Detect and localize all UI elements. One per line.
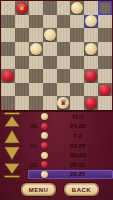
board-square-r0c0[interactable]	[1, 1, 15, 15]
board-square-r5c4[interactable]	[57, 69, 71, 83]
board-square-r2c5[interactable]	[70, 28, 84, 42]
board-square-r1c1[interactable]	[15, 15, 29, 29]
board-square-r7c5[interactable]	[70, 96, 84, 110]
red-piece-icon	[41, 161, 48, 168]
board-square-r0c7[interactable]	[98, 1, 112, 15]
triangle-down-icon	[3, 146, 21, 161]
board-square-r6c6[interactable]	[84, 83, 98, 97]
board-square-r4c3[interactable]	[43, 56, 57, 70]
board-square-r3c4[interactable]	[57, 42, 71, 56]
board-square-r6c5[interactable]	[70, 83, 84, 97]
board-square-r5c5[interactable]	[70, 69, 84, 83]
board-square-r0c6[interactable]	[84, 1, 98, 15]
board-square-r4c7[interactable]	[98, 56, 112, 70]
board-square-r3c2[interactable]	[29, 42, 43, 56]
board-square-r3c3[interactable]	[43, 42, 57, 56]
board-square-r7c4[interactable]: ♛	[57, 96, 71, 110]
move-text: 7-2	[48, 133, 113, 139]
board-square-r5c3[interactable]	[43, 69, 57, 83]
move-text: 24-28	[48, 123, 113, 129]
checkers-board: ♛♛	[0, 0, 113, 112]
red-piece-icon	[41, 142, 48, 149]
board-square-r6c4[interactable]	[57, 83, 71, 97]
board-square-r1c7[interactable]	[98, 15, 112, 29]
white-piece-icon	[41, 171, 48, 178]
board-square-r6c7[interactable]	[98, 83, 112, 97]
move-text: 11-7	[48, 114, 113, 120]
back-button[interactable]: BACK	[63, 182, 100, 197]
crown-icon: ♛	[16, 2, 28, 14]
board-square-r7c0[interactable]	[1, 96, 15, 110]
board-square-r4c6[interactable]	[84, 56, 98, 70]
board-square-r6c0[interactable]	[1, 83, 15, 97]
board-square-r5c2[interactable]	[29, 69, 43, 83]
move-text: 23-27	[48, 143, 113, 149]
move-row[interactable]: 7-2	[28, 131, 113, 141]
board-square-r4c0[interactable]	[1, 56, 15, 70]
board-square-r1c3[interactable]	[43, 15, 57, 29]
board-square-r4c1[interactable]	[15, 56, 29, 70]
move-row[interactable]: 21.23-27	[28, 141, 113, 151]
red-man-piece[interactable]	[85, 70, 97, 82]
white-piece-icon	[41, 152, 48, 159]
red-man-piece[interactable]	[85, 97, 97, 109]
board-square-r2c7[interactable]	[98, 28, 112, 42]
board-square-r0c3[interactable]	[43, 1, 57, 15]
white-man-piece[interactable]	[71, 2, 83, 14]
board-square-r2c6[interactable]	[84, 28, 98, 42]
board-square-r4c5[interactable]	[70, 56, 84, 70]
white-piece-icon	[41, 113, 48, 120]
board-square-r5c6[interactable]	[84, 69, 98, 83]
white-man-piece[interactable]	[30, 43, 42, 55]
board-square-r3c5[interactable]	[70, 42, 84, 56]
move-text: 28-32	[48, 162, 113, 168]
triangle-up-icon	[3, 129, 21, 144]
red-man-piece[interactable]	[2, 70, 14, 82]
red-man-piece[interactable]	[99, 84, 111, 96]
board-square-r0c1[interactable]: ♛	[15, 1, 29, 15]
board-square-r6c3[interactable]	[43, 83, 57, 97]
board-square-r4c2[interactable]	[29, 56, 43, 70]
board-square-r3c7[interactable]	[98, 42, 112, 56]
move-nav-controls	[3, 112, 21, 178]
board-square-r6c1[interactable]	[15, 83, 29, 97]
move-row-current[interactable]: 29-25	[28, 170, 113, 180]
board-square-r2c0[interactable]	[1, 28, 15, 42]
white-man-piece[interactable]	[44, 29, 56, 41]
red-piece-icon	[41, 123, 48, 130]
move-row[interactable]: 22.28-32	[28, 160, 113, 170]
white-man-piece[interactable]	[85, 15, 97, 27]
red-king-piece[interactable]: ♛	[16, 2, 28, 14]
board-square-r7c1[interactable]	[15, 96, 29, 110]
board-square-r6c2[interactable]	[29, 83, 43, 97]
board-square-r0c5[interactable]	[70, 1, 84, 15]
board-square-r7c7[interactable]	[98, 96, 112, 110]
board-square-r5c1[interactable]	[15, 69, 29, 83]
move-text: 29-25	[48, 171, 113, 177]
move-row[interactable]: 11-7	[28, 112, 113, 122]
nav-previous-button[interactable]	[3, 129, 21, 144]
board-square-r7c2[interactable]	[29, 96, 43, 110]
board-square-r2c4[interactable]	[57, 28, 71, 42]
move-row[interactable]: 20.24-28	[28, 122, 113, 132]
board-square-r3c0[interactable]	[1, 42, 15, 56]
white-piece-icon	[41, 132, 48, 139]
menu-button[interactable]: MENU	[20, 182, 57, 197]
board-square-r4c4[interactable]	[57, 56, 71, 70]
white-man-piece[interactable]	[85, 43, 97, 55]
board-square-r1c2[interactable]	[29, 15, 43, 29]
triangle-up-bar-icon	[3, 112, 21, 127]
move-text: 32x23	[48, 152, 113, 158]
triangle-down-bar-icon	[3, 163, 21, 178]
crown-icon: ♛	[57, 97, 69, 109]
board-square-r7c6[interactable]	[84, 96, 98, 110]
board-square-r0c2[interactable]	[29, 1, 43, 15]
board-square-r2c1[interactable]	[15, 28, 29, 42]
move-number: 22.	[28, 162, 38, 168]
checkers-app: ♛♛ 11-720.24-287-221.23-2732x2322.28-322	[0, 0, 113, 200]
board-square-r5c0[interactable]	[1, 69, 15, 83]
board-square-r1c0[interactable]	[1, 15, 15, 29]
nav-first-button[interactable]	[3, 112, 21, 127]
board-square-r7c3[interactable]	[43, 96, 57, 110]
move-list: 11-720.24-287-221.23-2732x2322.28-3229-2…	[28, 112, 113, 179]
board-square-r5c7[interactable]	[98, 69, 112, 83]
move-number: 20.	[28, 123, 38, 129]
nav-next-button[interactable]	[3, 146, 21, 161]
move-number: 21.	[28, 143, 38, 149]
board-square-r2c2[interactable]	[29, 28, 43, 42]
board-square-r1c4[interactable]	[57, 15, 71, 29]
white-king-piece[interactable]: ♛	[57, 97, 69, 109]
board-square-r1c6[interactable]	[84, 15, 98, 29]
board-square-r0c4[interactable]	[57, 1, 71, 15]
board-square-r3c6[interactable]	[84, 42, 98, 56]
board-square-r1c5[interactable]	[70, 15, 84, 29]
move-row[interactable]: 32x23	[28, 150, 113, 160]
board-square-r2c3[interactable]	[43, 28, 57, 42]
board-square-r3c1[interactable]	[15, 42, 29, 56]
nav-last-button[interactable]	[3, 163, 21, 178]
